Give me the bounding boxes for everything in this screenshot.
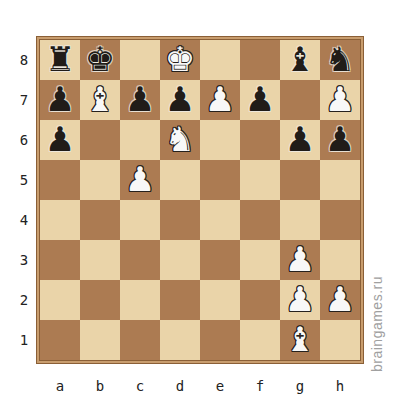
square-c5[interactable]: ♟: [120, 160, 160, 200]
square-h3[interactable]: [320, 240, 360, 280]
square-g2[interactable]: ♟: [280, 280, 320, 320]
square-f3[interactable]: [240, 240, 280, 280]
square-e5[interactable]: [200, 160, 240, 200]
white-pawn-h2[interactable]: ♟: [325, 279, 355, 319]
white-king-d8[interactable]: ♚: [165, 39, 195, 79]
square-g7[interactable]: [280, 80, 320, 120]
square-e6[interactable]: [200, 120, 240, 160]
page-background: 87654321 ♜♚♚♝♞♟♝♟♟♟♟♟♟♞♟♟♟♟♟♟♝ abcdefgh …: [0, 0, 408, 408]
square-a5[interactable]: [40, 160, 80, 200]
file-label-c: c: [120, 376, 160, 396]
file-label-f: f: [240, 376, 280, 396]
square-b5[interactable]: [80, 160, 120, 200]
white-pawn-g2[interactable]: ♟: [285, 279, 315, 319]
black-pawn-f7[interactable]: ♟: [245, 79, 275, 119]
white-bishop-g1[interactable]: ♝: [285, 319, 315, 359]
square-a1[interactable]: [40, 320, 80, 360]
file-label-b: b: [80, 376, 120, 396]
square-d1[interactable]: [160, 320, 200, 360]
square-d7[interactable]: ♟: [160, 80, 200, 120]
square-c1[interactable]: [120, 320, 160, 360]
square-d5[interactable]: [160, 160, 200, 200]
square-e4[interactable]: [200, 200, 240, 240]
square-c7[interactable]: ♟: [120, 80, 160, 120]
square-g6[interactable]: ♟: [280, 120, 320, 160]
file-label-a: a: [40, 376, 80, 396]
black-pawn-g6[interactable]: ♟: [285, 119, 315, 159]
square-h2[interactable]: ♟: [320, 280, 360, 320]
square-f5[interactable]: [240, 160, 280, 200]
square-b4[interactable]: [80, 200, 120, 240]
square-b3[interactable]: [80, 240, 120, 280]
square-h4[interactable]: [320, 200, 360, 240]
black-pawn-d7[interactable]: ♟: [165, 79, 195, 119]
square-d8[interactable]: ♚: [160, 40, 200, 80]
square-g3[interactable]: ♟: [280, 240, 320, 280]
black-king-b8[interactable]: ♚: [85, 39, 115, 79]
square-e7[interactable]: ♟: [200, 80, 240, 120]
square-d6[interactable]: ♞: [160, 120, 200, 160]
square-e1[interactable]: [200, 320, 240, 360]
square-g8[interactable]: ♝: [280, 40, 320, 80]
white-knight-d6[interactable]: ♞: [165, 119, 195, 159]
square-c6[interactable]: [120, 120, 160, 160]
square-c8[interactable]: [120, 40, 160, 80]
rank-label-4: 4: [12, 200, 36, 240]
square-b8[interactable]: ♚: [80, 40, 120, 80]
square-f6[interactable]: [240, 120, 280, 160]
square-g5[interactable]: [280, 160, 320, 200]
square-d2[interactable]: [160, 280, 200, 320]
square-e3[interactable]: [200, 240, 240, 280]
white-pawn-c5[interactable]: ♟: [125, 159, 155, 199]
square-h7[interactable]: ♟: [320, 80, 360, 120]
file-label-d: d: [160, 376, 200, 396]
square-b2[interactable]: [80, 280, 120, 320]
square-b7[interactable]: ♝: [80, 80, 120, 120]
rank-label-1: 1: [12, 320, 36, 360]
rank-label-3: 3: [12, 240, 36, 280]
rank-labels: 87654321: [12, 40, 36, 360]
file-label-h: h: [320, 376, 360, 396]
square-c2[interactable]: [120, 280, 160, 320]
square-h1[interactable]: [320, 320, 360, 360]
square-a3[interactable]: [40, 240, 80, 280]
rank-label-8: 8: [12, 40, 36, 80]
white-pawn-g3[interactable]: ♟: [285, 239, 315, 279]
square-f4[interactable]: [240, 200, 280, 240]
chess-board-frame: ♜♚♚♝♞♟♝♟♟♟♟♟♟♞♟♟♟♟♟♟♝: [36, 36, 364, 364]
square-d3[interactable]: [160, 240, 200, 280]
watermark-text: braingames.ru: [369, 276, 385, 372]
rank-label-6: 6: [12, 120, 36, 160]
file-label-g: g: [280, 376, 320, 396]
black-pawn-h6[interactable]: ♟: [325, 119, 355, 159]
square-f8[interactable]: [240, 40, 280, 80]
square-g1[interactable]: ♝: [280, 320, 320, 360]
square-e8[interactable]: [200, 40, 240, 80]
square-h5[interactable]: [320, 160, 360, 200]
square-f2[interactable]: [240, 280, 280, 320]
white-pawn-h7[interactable]: ♟: [325, 79, 355, 119]
black-rook-a8[interactable]: ♜: [45, 39, 75, 79]
black-knight-h8[interactable]: ♞: [325, 39, 355, 79]
rank-label-5: 5: [12, 160, 36, 200]
black-pawn-c7[interactable]: ♟: [125, 79, 155, 119]
square-a4[interactable]: [40, 200, 80, 240]
rank-label-2: 2: [12, 280, 36, 320]
square-c3[interactable]: [120, 240, 160, 280]
square-g4[interactable]: [280, 200, 320, 240]
square-h6[interactable]: ♟: [320, 120, 360, 160]
square-a7[interactable]: ♟: [40, 80, 80, 120]
black-bishop-g8[interactable]: ♝: [285, 39, 315, 79]
square-b1[interactable]: [80, 320, 120, 360]
file-labels: abcdefgh: [40, 376, 360, 396]
square-f7[interactable]: ♟: [240, 80, 280, 120]
square-e2[interactable]: [200, 280, 240, 320]
square-a6[interactable]: ♟: [40, 120, 80, 160]
square-c4[interactable]: [120, 200, 160, 240]
square-a8[interactable]: ♜: [40, 40, 80, 80]
chess-board: ♜♚♚♝♞♟♝♟♟♟♟♟♟♞♟♟♟♟♟♟♝: [39, 39, 361, 361]
square-d4[interactable]: [160, 200, 200, 240]
square-b6[interactable]: [80, 120, 120, 160]
rank-label-7: 7: [12, 80, 36, 120]
white-bishop-b7[interactable]: ♝: [85, 79, 115, 119]
square-h8[interactable]: ♞: [320, 40, 360, 80]
file-label-e: e: [200, 376, 240, 396]
white-pawn-e7[interactable]: ♟: [205, 79, 235, 119]
black-pawn-a6[interactable]: ♟: [45, 119, 75, 159]
square-a2[interactable]: [40, 280, 80, 320]
black-pawn-a7[interactable]: ♟: [45, 79, 75, 119]
square-f1[interactable]: [240, 320, 280, 360]
